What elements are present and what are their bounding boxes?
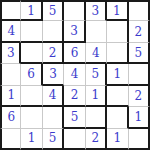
cell-r6c5-region-L[interactable]	[86, 107, 107, 128]
cell-r7c2-region-K[interactable]: 1	[21, 129, 42, 150]
cell-r1c7-region-E[interactable]	[129, 0, 150, 21]
cell-r7c1-region-K[interactable]	[0, 129, 21, 150]
cell-r1c5-region-D[interactable]: 3	[86, 0, 107, 21]
given-digit: 4	[71, 68, 79, 80]
cell-r4c6-region-J[interactable]: 1	[107, 64, 128, 85]
cell-r5c5-region-I[interactable]: 1	[86, 86, 107, 107]
given-digit: 6	[71, 47, 79, 59]
given-digit: 2	[71, 89, 79, 101]
cell-r5c3-region-G[interactable]: 4	[43, 86, 64, 107]
given-digit: 6	[7, 111, 15, 123]
cell-r6c6-region-N[interactable]	[107, 107, 128, 128]
cell-r4c5-region-I[interactable]: 5	[86, 64, 107, 85]
cell-r4c1-region-G[interactable]	[0, 64, 21, 85]
given-digit: 5	[92, 68, 100, 80]
cell-r5c7-region-M[interactable]: 2	[129, 86, 150, 107]
given-digit: 2	[134, 90, 142, 102]
cell-r3c2-region-H[interactable]	[21, 43, 42, 64]
cell-r6c2-region-K[interactable]	[21, 107, 42, 128]
cell-r7c7-region-N[interactable]	[129, 129, 150, 150]
cell-r3c3-region-H[interactable]: 2	[43, 43, 64, 64]
given-digit: 5	[49, 132, 57, 144]
cell-r7c4-region-O[interactable]	[64, 129, 85, 150]
given-digit: 5	[71, 111, 79, 123]
cell-r2c4-region-C[interactable]: 3	[64, 21, 85, 42]
cell-r2c1-region-B[interactable]: 4	[0, 21, 21, 42]
cell-r2c6-region-D[interactable]	[107, 21, 128, 42]
cell-r6c4-region-L[interactable]: 5	[64, 107, 85, 128]
given-digit: 3	[70, 25, 78, 37]
cell-r2c7-region-E[interactable]: 2	[129, 21, 150, 42]
cell-r4c4-region-I[interactable]: 4	[64, 64, 85, 85]
given-digit: 1	[92, 89, 100, 101]
given-digit: 3	[7, 47, 15, 59]
given-digit: 2	[49, 47, 57, 59]
given-digit: 4	[49, 89, 57, 101]
cell-r4c3-region-I[interactable]: 3	[43, 64, 64, 85]
given-digit: 1	[114, 132, 122, 144]
given-digit: 1	[28, 132, 36, 144]
given-digit: 1	[7, 89, 15, 101]
cell-r3c6-region-D[interactable]	[107, 43, 128, 64]
cell-r1c1-region-A[interactable]	[0, 0, 21, 21]
cell-r7c6-region-N[interactable]: 1	[107, 129, 128, 150]
cell-r2c2-region-B[interactable]	[21, 21, 42, 42]
puzzle-board: 15314323264563451142126511521	[0, 0, 150, 150]
given-digit: 3	[49, 68, 57, 80]
given-digit: 5	[49, 5, 57, 17]
cell-r3c7-region-E[interactable]: 5	[129, 43, 150, 64]
cell-r5c4-region-I[interactable]: 2	[64, 86, 85, 107]
cell-r1c2-region-A[interactable]: 1	[21, 0, 42, 21]
cell-r2c5-region-D[interactable]	[86, 21, 107, 42]
cell-r5c2-region-G[interactable]	[21, 86, 42, 107]
cell-r7c5-region-O[interactable]: 2	[86, 129, 107, 150]
given-digit: 5	[134, 47, 142, 59]
given-digit: 1	[114, 68, 122, 80]
cell-r3c4-region-D[interactable]: 6	[64, 43, 85, 64]
cell-r7c3-region-K[interactable]: 5	[43, 129, 64, 150]
cell-r4c2-region-G[interactable]: 6	[21, 64, 42, 85]
given-digit: 4	[92, 47, 100, 59]
cell-r6c3-region-K[interactable]	[43, 107, 64, 128]
cell-r3c5-region-D[interactable]: 4	[86, 43, 107, 64]
given-digit: 4	[7, 25, 15, 37]
cell-r4c7-region-J[interactable]	[129, 64, 150, 85]
given-digit: 2	[134, 26, 142, 38]
cell-r1c6-region-F[interactable]: 1	[107, 0, 128, 21]
cell-r6c1-region-K[interactable]: 6	[0, 107, 21, 128]
cell-r5c1-region-G[interactable]: 1	[0, 86, 21, 107]
given-digit: 1	[27, 5, 35, 17]
cell-r1c4-region-C[interactable]	[64, 0, 85, 21]
cell-r1c3-region-B[interactable]: 5	[43, 0, 64, 21]
cell-r2c3-region-B[interactable]	[43, 21, 64, 42]
given-digit: 6	[27, 68, 35, 80]
given-digit: 3	[92, 5, 100, 17]
cell-r3c1-region-G[interactable]: 3	[0, 43, 21, 64]
given-digit: 1	[113, 5, 121, 17]
cell-r5c6-region-M[interactable]	[107, 86, 128, 107]
cell-r6c7-region-M[interactable]: 1	[129, 107, 150, 128]
given-digit: 2	[92, 132, 100, 144]
given-digit: 1	[134, 111, 142, 123]
